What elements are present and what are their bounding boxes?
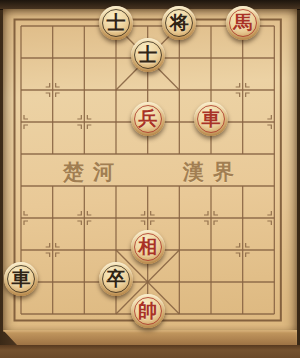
piece-glyph: 帥 — [138, 301, 157, 320]
xiangqi-app-scene: 楚河 漢界 士将馬士兵車相車卒帥 — [0, 0, 300, 358]
piece-glyph: 卒 — [107, 269, 126, 288]
piece-glyph: 相 — [138, 237, 157, 256]
piece-glyph: 士 — [138, 45, 157, 64]
piece-black-advisor[interactable]: 士 — [131, 38, 165, 72]
piece-red-horse[interactable]: 馬 — [226, 6, 260, 40]
piece-red-general[interactable]: 帥 — [131, 294, 165, 328]
piece-black-advisor[interactable]: 士 — [99, 6, 133, 40]
piece-black-soldier[interactable]: 卒 — [99, 262, 133, 296]
piece-glyph: 将 — [170, 13, 189, 32]
river-label-left: 楚河 — [58, 159, 128, 185]
piece-red-chariot[interactable]: 車 — [194, 102, 228, 136]
piece-glyph: 兵 — [138, 109, 157, 128]
piece-glyph: 車 — [202, 109, 221, 128]
river-label-right: 漢界 — [178, 159, 248, 185]
piece-black-chariot[interactable]: 車 — [4, 262, 38, 296]
piece-red-elephant[interactable]: 相 — [131, 230, 165, 264]
piece-glyph: 士 — [107, 13, 126, 32]
piece-glyph: 馬 — [233, 13, 252, 32]
piece-red-soldier[interactable]: 兵 — [131, 102, 165, 136]
piece-glyph: 車 — [12, 269, 31, 288]
